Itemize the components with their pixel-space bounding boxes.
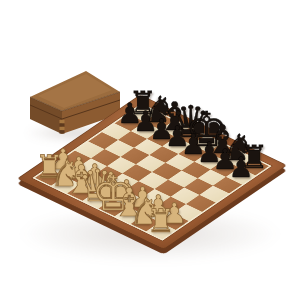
chess-set-photo: ♜♞♝♛♚♝♞♜♟♟♟♟♟♟♟♟♟♟♟♟♟♟♟♟♜♞♝♛♚♝♞♜ <box>0 0 300 299</box>
piece-white-rook-h1: ♜ <box>147 205 176 237</box>
pieces-layer: ♜♞♝♛♚♝♞♜♟♟♟♟♟♟♟♟♟♟♟♟♟♟♟♟♜♞♝♛♚♝♞♜ <box>0 0 300 299</box>
piece-black-pawn-h7: ♟ <box>228 154 253 182</box>
